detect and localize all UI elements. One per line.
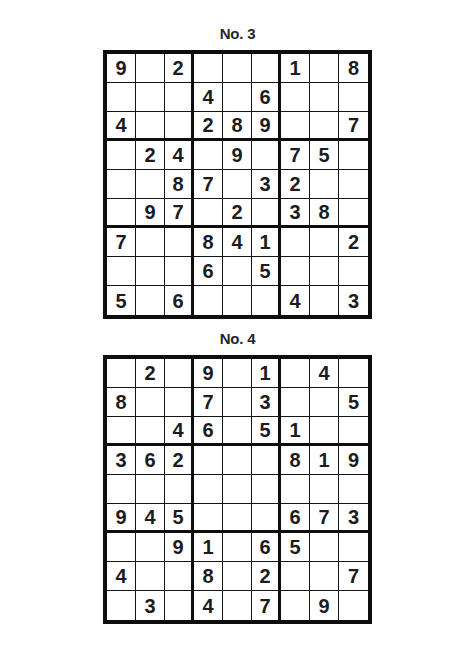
cell-r7c8-empty	[310, 228, 339, 257]
cell-r3c9-given: 7	[339, 112, 368, 141]
cell-r2c3-empty	[165, 83, 194, 112]
cell-r3c1-empty	[107, 417, 136, 446]
cell-r7c2-empty	[136, 228, 165, 257]
cell-r1c8-empty	[310, 54, 339, 83]
cell-r4c8-given: 1	[310, 446, 339, 475]
cell-r8c8-empty	[310, 562, 339, 591]
cell-r8c9-empty	[339, 257, 368, 286]
cell-r6c3-given: 5	[165, 504, 194, 533]
cell-r8c4-given: 8	[194, 562, 223, 591]
cell-r9c3-given: 6	[165, 286, 194, 315]
cell-r1c5-empty	[223, 359, 252, 388]
cell-r6c2-given: 9	[136, 199, 165, 228]
cell-r1c3-given: 2	[165, 54, 194, 83]
cell-r8c9-given: 7	[339, 562, 368, 591]
cell-r6c9-empty	[339, 199, 368, 228]
cell-r6c7-given: 3	[281, 199, 310, 228]
cell-r9c6-given: 7	[252, 591, 281, 620]
cell-r7c9-empty	[339, 533, 368, 562]
cell-r6c6-empty	[252, 199, 281, 228]
cell-r4c3-given: 4	[165, 141, 194, 170]
cell-r7c5-empty	[223, 533, 252, 562]
sudoku-board-no4: 291487354651362819945673916548273479	[103, 355, 372, 624]
cell-r9c5-empty	[223, 286, 252, 315]
cell-r4c3-given: 2	[165, 446, 194, 475]
cell-r1c7-empty	[281, 359, 310, 388]
cell-r2c9-given: 5	[339, 388, 368, 417]
cell-r5c8-empty	[310, 475, 339, 504]
cell-r7c9-given: 2	[339, 228, 368, 257]
cell-r5c1-empty	[107, 170, 136, 199]
cell-r4c9-empty	[339, 141, 368, 170]
cell-r7c2-empty	[136, 533, 165, 562]
cell-r6c2-given: 4	[136, 504, 165, 533]
cell-r2c1-empty	[107, 83, 136, 112]
cell-r3c6-given: 5	[252, 417, 281, 446]
cell-r2c3-empty	[165, 388, 194, 417]
cell-r8c1-empty	[107, 257, 136, 286]
cell-r2c7-empty	[281, 388, 310, 417]
cell-r3c3-empty	[165, 112, 194, 141]
cell-r4c1-empty	[107, 141, 136, 170]
cell-r5c6-empty	[252, 475, 281, 504]
cell-r6c1-given: 9	[107, 504, 136, 533]
cell-r4c2-given: 6	[136, 446, 165, 475]
cell-r9c9-empty	[339, 591, 368, 620]
cell-r5c7-empty	[281, 475, 310, 504]
cell-r3c6-given: 9	[252, 112, 281, 141]
cell-r5c3-given: 8	[165, 170, 194, 199]
cell-r1c3-empty	[165, 359, 194, 388]
cell-r9c4-given: 4	[194, 591, 223, 620]
cell-r1c9-empty	[339, 359, 368, 388]
puzzle-no3-title: No. 3	[103, 25, 372, 43]
cell-r3c7-given: 1	[281, 417, 310, 446]
cell-r5c7-given: 2	[281, 170, 310, 199]
cell-r9c7-empty	[281, 591, 310, 620]
cell-r9c9-given: 3	[339, 286, 368, 315]
cell-r9c4-empty	[194, 286, 223, 315]
cell-r5c8-empty	[310, 170, 339, 199]
cell-r6c5-given: 2	[223, 199, 252, 228]
cell-r2c8-empty	[310, 83, 339, 112]
puzzle-no3: No. 3 9218464289724975873297238784126556…	[103, 25, 372, 319]
cell-r9c6-empty	[252, 286, 281, 315]
cell-r3c4-given: 6	[194, 417, 223, 446]
cell-r1c6-given: 1	[252, 359, 281, 388]
cell-r4c6-empty	[252, 141, 281, 170]
cell-r5c4-given: 7	[194, 170, 223, 199]
sudoku-board-no3: 921846428972497587329723878412655643	[103, 50, 372, 319]
cell-r7c8-empty	[310, 533, 339, 562]
cell-r5c6-given: 3	[252, 170, 281, 199]
cell-r9c7-given: 4	[281, 286, 310, 315]
cell-r9c2-given: 3	[136, 591, 165, 620]
cell-r2c6-given: 3	[252, 388, 281, 417]
cell-r9c5-empty	[223, 591, 252, 620]
cell-r8c5-empty	[223, 562, 252, 591]
cell-r8c3-empty	[165, 562, 194, 591]
cell-r8c4-given: 6	[194, 257, 223, 286]
cell-r6c6-empty	[252, 504, 281, 533]
cell-r3c8-empty	[310, 417, 339, 446]
cell-r1c6-empty	[252, 54, 281, 83]
cell-r1c8-given: 4	[310, 359, 339, 388]
cell-r7c1-given: 7	[107, 228, 136, 257]
puzzle-no4-title: No. 4	[103, 330, 372, 348]
cell-r5c2-empty	[136, 475, 165, 504]
cell-r5c4-empty	[194, 475, 223, 504]
cell-r9c1-empty	[107, 591, 136, 620]
cell-r7c6-given: 6	[252, 533, 281, 562]
cell-r5c1-empty	[107, 475, 136, 504]
page: No. 3 9218464289724975873297238784126556…	[0, 0, 451, 654]
cell-r6c7-given: 6	[281, 504, 310, 533]
cell-r8c6-given: 2	[252, 562, 281, 591]
cell-r1c2-given: 2	[136, 359, 165, 388]
cell-r6c9-given: 3	[339, 504, 368, 533]
cell-r3c1-given: 4	[107, 112, 136, 141]
cell-r2c2-empty	[136, 83, 165, 112]
cell-r7c3-empty	[165, 228, 194, 257]
cell-r6c8-given: 8	[310, 199, 339, 228]
cell-r8c1-given: 4	[107, 562, 136, 591]
cell-r3c2-empty	[136, 417, 165, 446]
cell-r8c2-empty	[136, 562, 165, 591]
cell-r3c5-empty	[223, 417, 252, 446]
cell-r8c5-empty	[223, 257, 252, 286]
cell-r6c1-empty	[107, 199, 136, 228]
cell-r2c4-given: 4	[194, 83, 223, 112]
cell-r2c7-empty	[281, 83, 310, 112]
cell-r5c3-empty	[165, 475, 194, 504]
cell-r1c9-given: 8	[339, 54, 368, 83]
cell-r3c2-empty	[136, 112, 165, 141]
cell-r5c9-empty	[339, 170, 368, 199]
cell-r8c7-empty	[281, 562, 310, 591]
puzzle-no4: No. 4 2914873546513628199456739165482734…	[103, 330, 372, 624]
cell-r4c5-empty	[223, 446, 252, 475]
cell-r4c4-empty	[194, 141, 223, 170]
cell-r2c4-given: 7	[194, 388, 223, 417]
cell-r7c6-given: 1	[252, 228, 281, 257]
cell-r1c5-empty	[223, 54, 252, 83]
cell-r3c3-given: 4	[165, 417, 194, 446]
cell-r7c3-given: 9	[165, 533, 194, 562]
cell-r9c8-given: 9	[310, 591, 339, 620]
cell-r9c3-empty	[165, 591, 194, 620]
cell-r4c4-empty	[194, 446, 223, 475]
cell-r9c8-empty	[310, 286, 339, 315]
cell-r3c8-empty	[310, 112, 339, 141]
cell-r6c4-empty	[194, 199, 223, 228]
cell-r5c9-empty	[339, 475, 368, 504]
cell-r4c6-empty	[252, 446, 281, 475]
cell-r6c5-empty	[223, 504, 252, 533]
cell-r4c7-given: 7	[281, 141, 310, 170]
cell-r3c4-given: 2	[194, 112, 223, 141]
cell-r4c5-given: 9	[223, 141, 252, 170]
cell-r5c5-empty	[223, 475, 252, 504]
cell-r5c5-empty	[223, 170, 252, 199]
cell-r2c9-empty	[339, 83, 368, 112]
cell-r9c1-given: 5	[107, 286, 136, 315]
cell-r1c2-empty	[136, 54, 165, 83]
cell-r4c2-given: 2	[136, 141, 165, 170]
cell-r4c9-given: 9	[339, 446, 368, 475]
cell-r2c5-empty	[223, 83, 252, 112]
cell-r7c7-empty	[281, 228, 310, 257]
cell-r8c8-empty	[310, 257, 339, 286]
cell-r7c7-given: 5	[281, 533, 310, 562]
cell-r1c4-empty	[194, 54, 223, 83]
cell-r2c8-empty	[310, 388, 339, 417]
cell-r2c1-given: 8	[107, 388, 136, 417]
cell-r7c4-given: 8	[194, 228, 223, 257]
cell-r6c3-given: 7	[165, 199, 194, 228]
cell-r6c8-given: 7	[310, 504, 339, 533]
cell-r8c2-empty	[136, 257, 165, 286]
cell-r8c7-empty	[281, 257, 310, 286]
cell-r1c4-given: 9	[194, 359, 223, 388]
cell-r2c5-empty	[223, 388, 252, 417]
cell-r8c3-empty	[165, 257, 194, 286]
cell-r8c6-given: 5	[252, 257, 281, 286]
cell-r3c7-empty	[281, 112, 310, 141]
cell-r2c2-empty	[136, 388, 165, 417]
cell-r7c1-empty	[107, 533, 136, 562]
cell-r1c1-given: 9	[107, 54, 136, 83]
cell-r4c1-given: 3	[107, 446, 136, 475]
cell-r7c4-given: 1	[194, 533, 223, 562]
cell-r2c6-given: 6	[252, 83, 281, 112]
cell-r1c1-empty	[107, 359, 136, 388]
cell-r4c8-given: 5	[310, 141, 339, 170]
cell-r1c7-given: 1	[281, 54, 310, 83]
cell-r3c5-given: 8	[223, 112, 252, 141]
cell-r5c2-empty	[136, 170, 165, 199]
cell-r6c4-empty	[194, 504, 223, 533]
cell-r3c9-empty	[339, 417, 368, 446]
cell-r9c2-empty	[136, 286, 165, 315]
cell-r7c5-given: 4	[223, 228, 252, 257]
cell-r4c7-given: 8	[281, 446, 310, 475]
